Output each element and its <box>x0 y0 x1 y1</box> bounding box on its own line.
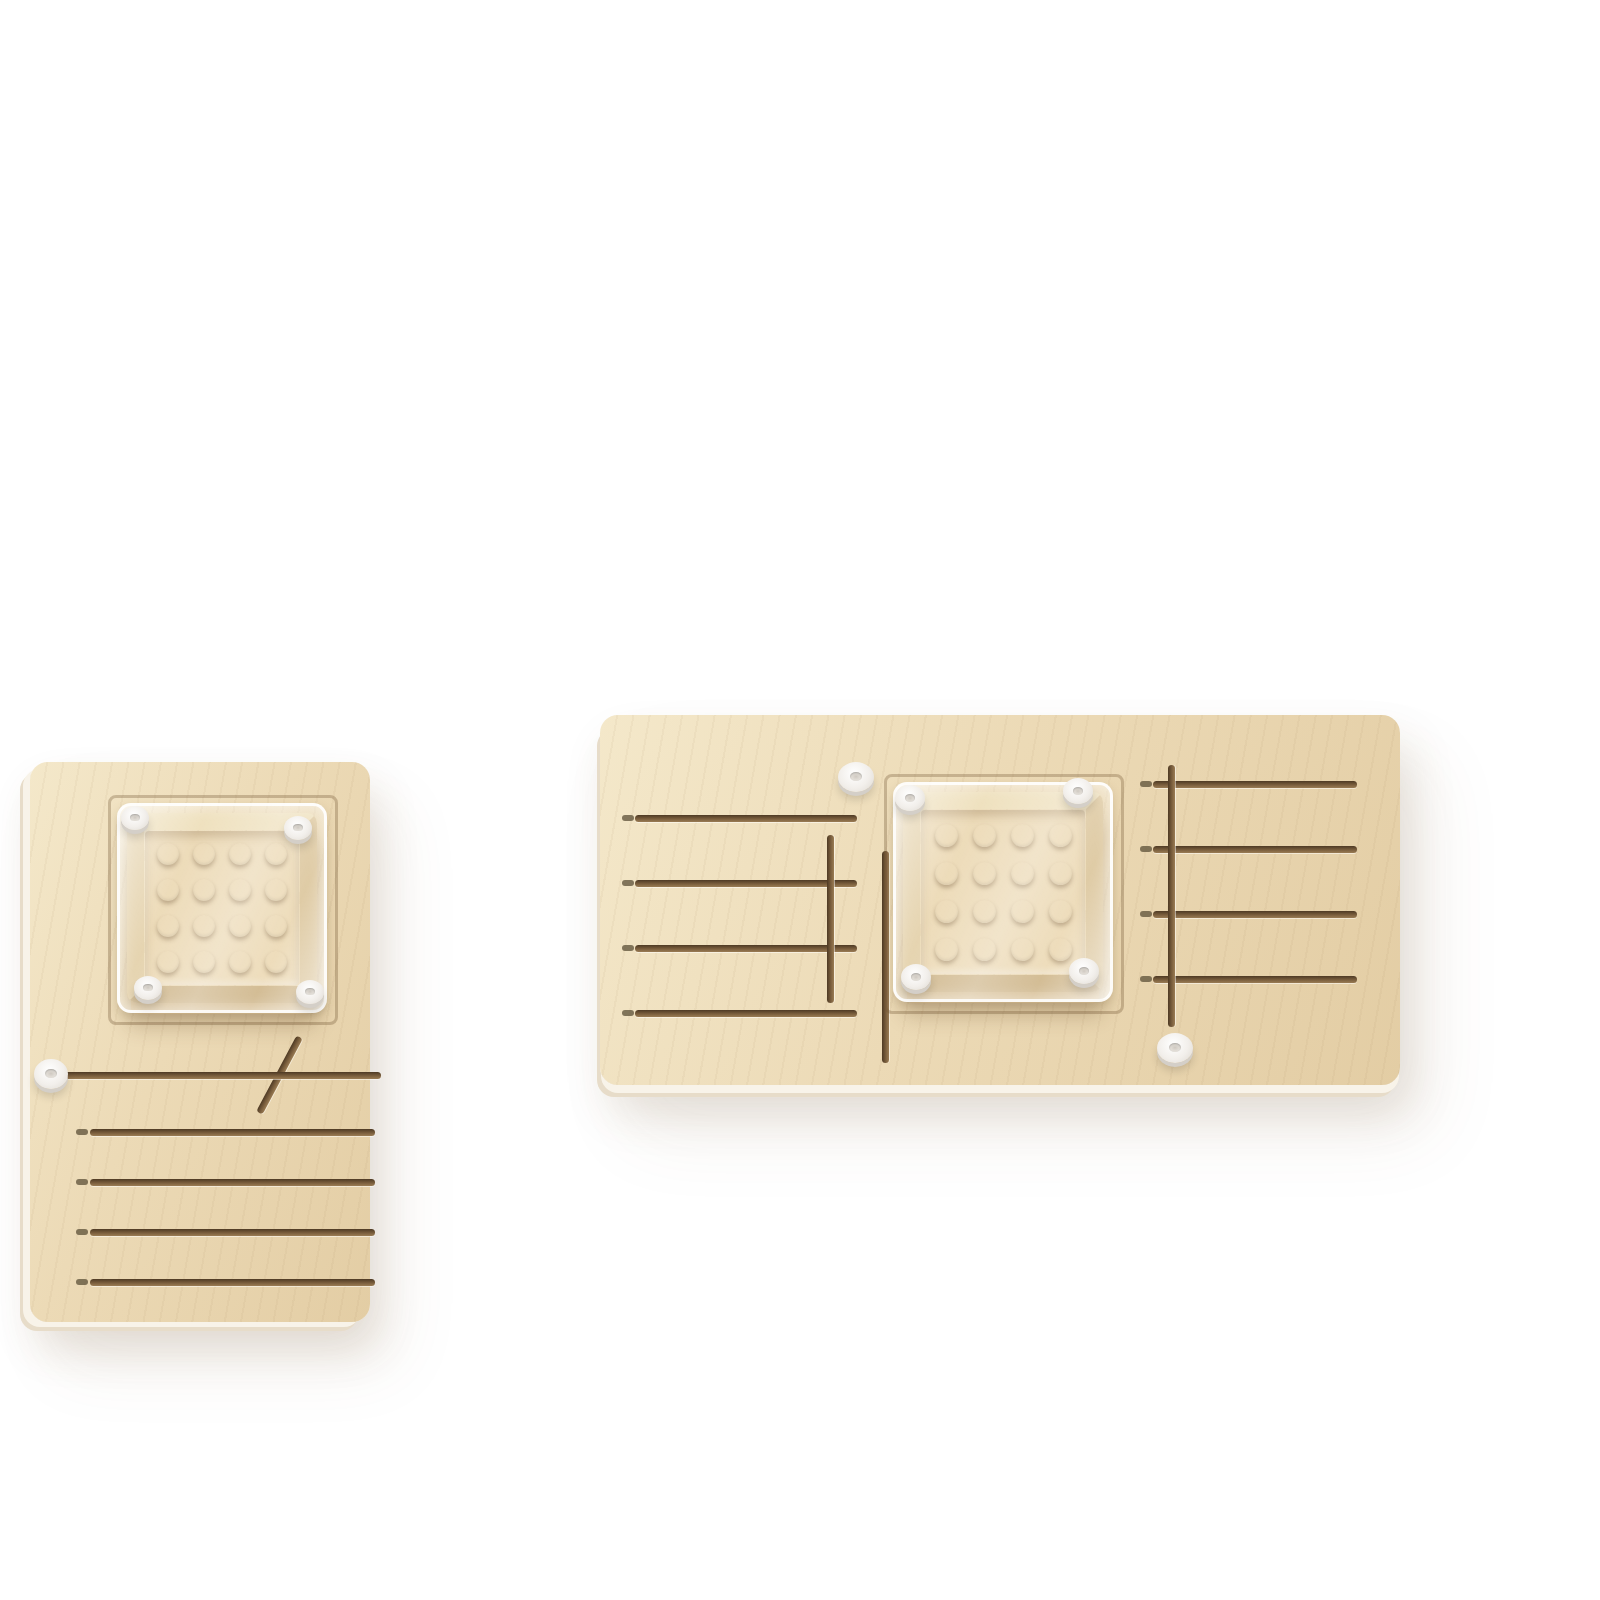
small-board-grid1-rail-end-stub <box>76 1129 88 1135</box>
disc-orange[interactable] <box>120 1112 160 1152</box>
disc-blue[interactable] <box>1314 760 1362 808</box>
small-board-grid1-rail-end-stub <box>76 1229 88 1235</box>
disc-red[interactable] <box>1164 760 1212 808</box>
tray-corner-screw-hole <box>130 814 140 821</box>
tray-corner-screw-knob <box>895 785 925 811</box>
disc-orange[interactable] <box>1314 890 1362 938</box>
disc-orange[interactable] <box>741 924 789 972</box>
disc-green[interactable] <box>120 1212 160 1252</box>
disc-blue[interactable] <box>1164 825 1212 873</box>
tray-corner-screw-hole <box>1079 967 1089 975</box>
disc-blue[interactable] <box>791 794 839 842</box>
disc-blue[interactable] <box>791 859 839 907</box>
large-board-grid1-rail-end-stub <box>622 815 634 821</box>
disc-green[interactable] <box>741 989 789 1037</box>
tray-corner-screw-hole <box>143 984 153 991</box>
disc-orange[interactable] <box>1264 825 1312 873</box>
tray-corner-screw-knob <box>121 806 149 830</box>
disc-red[interactable] <box>120 1262 160 1302</box>
slider-knob[interactable] <box>34 1059 68 1089</box>
disc-orange[interactable] <box>312 1162 352 1202</box>
slider-knob-hole <box>850 772 862 781</box>
disc-orange[interactable] <box>248 1262 288 1302</box>
tray-corner-screw-knob <box>901 964 931 990</box>
disc-red[interactable] <box>641 794 689 842</box>
tray-corner-screw-knob <box>1069 958 1099 984</box>
disc-green[interactable] <box>741 794 789 842</box>
disc-blue[interactable] <box>641 859 689 907</box>
disc-red[interactable] <box>312 1262 352 1302</box>
disc-blue[interactable] <box>791 989 839 1037</box>
disc-green[interactable] <box>641 924 689 972</box>
disc-red[interactable] <box>1214 825 1262 873</box>
slider-knob-hole <box>1169 1043 1181 1052</box>
large-board-grid1-connector-slot <box>827 835 834 1003</box>
disc-green[interactable] <box>184 1212 224 1252</box>
disc-red[interactable] <box>248 1112 288 1152</box>
disc-orange[interactable] <box>1264 890 1312 938</box>
disc-blue[interactable] <box>120 1162 160 1202</box>
disc-red[interactable] <box>1214 955 1262 1003</box>
tray-corner-screw-knob <box>1063 778 1093 804</box>
disc-blue[interactable] <box>1314 825 1362 873</box>
product-photo-canvas <box>0 0 1600 1600</box>
disc-green[interactable] <box>248 1162 288 1202</box>
disc-red[interactable] <box>1164 955 1212 1003</box>
tray-corner-screw-hole <box>905 794 915 802</box>
large-board-grid2-rail-end-stub <box>1140 781 1152 787</box>
slider-knob-hole <box>45 1069 57 1078</box>
disc-blue[interactable] <box>184 1162 224 1202</box>
tray-corner-screw-hole <box>911 973 921 981</box>
disc-green[interactable] <box>691 924 739 972</box>
disc-green[interactable] <box>312 1112 352 1152</box>
disc-blue[interactable] <box>1314 955 1362 1003</box>
disc-green[interactable] <box>1214 890 1262 938</box>
tray-corner-screw-knob <box>296 980 324 1004</box>
large-board-grid2-rail-end-stub <box>1140 976 1152 982</box>
disc-orange[interactable] <box>791 924 839 972</box>
tray-corner-screw-hole <box>305 988 315 995</box>
tray-corner-screw-knob <box>284 816 312 840</box>
large-board-grid1-rail-end-stub <box>622 1010 634 1016</box>
tray-corner-screw-hole <box>293 824 303 831</box>
disc-blue[interactable] <box>312 1212 352 1252</box>
disc-green[interactable] <box>1264 760 1312 808</box>
tray-corner-screw-knob <box>134 976 162 1000</box>
large-board-grid1-rail-end-stub <box>622 945 634 951</box>
slider-knob[interactable] <box>1157 1033 1193 1063</box>
disc-red[interactable] <box>691 989 739 1037</box>
small-board-grid1-rail-end-stub <box>76 1179 88 1185</box>
small-board-grid1-rail-end-stub <box>76 1279 88 1285</box>
disc-red[interactable] <box>641 989 689 1037</box>
disc-orange[interactable] <box>1214 760 1262 808</box>
large-board-grid2-rail-end-stub <box>1140 911 1152 917</box>
large-board-grid2-rail-end-stub <box>1140 846 1152 852</box>
disc-orange[interactable] <box>184 1262 224 1302</box>
disc-blue[interactable] <box>248 1212 288 1252</box>
slider-knob[interactable] <box>838 762 874 792</box>
large-board-grid1-rail-end-stub <box>622 880 634 886</box>
disc-green[interactable] <box>1264 955 1312 1003</box>
tray-corner-screw-hole <box>1073 787 1083 795</box>
disc-orange[interactable] <box>691 794 739 842</box>
disc-green[interactable] <box>1164 890 1212 938</box>
disc-red[interactable] <box>691 859 739 907</box>
disc-red[interactable] <box>184 1112 224 1152</box>
disc-orange[interactable] <box>741 859 789 907</box>
small-board-grid1-slider-slot <box>51 1072 381 1079</box>
